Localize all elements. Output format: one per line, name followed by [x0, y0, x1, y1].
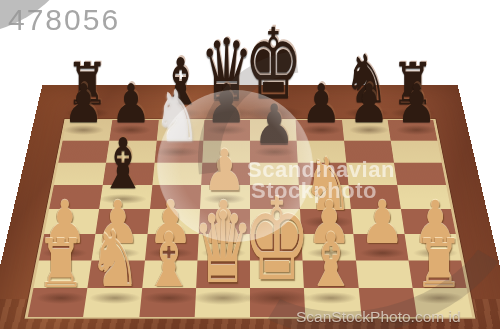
piece-black-pawn-e6: ♟: [254, 97, 295, 152]
pieces-layer: ♜♝♛♚♞♜♟♟♟♟♟♟♞♟♟♝♞♟♟♟♟♟♟♟♜♞♝♛♚♝♜: [0, 0, 500, 329]
piece-white-king-e1: ♚: [243, 185, 311, 298]
piece-black-pawn-g7: ♟: [349, 77, 390, 130]
piece-black-pawn-f7: ♟: [301, 77, 342, 130]
piece-black-pawn-a7: ♟: [63, 77, 104, 130]
piece-white-bishop-f1: ♝: [305, 224, 356, 298]
piece-glass-knight-c6: ♞: [153, 83, 200, 152]
piece-white-pawn-g2: ♟: [360, 194, 405, 253]
piece-white-rook-h1: ♜: [414, 231, 463, 298]
piece-white-bishop-c1: ♝: [143, 224, 194, 298]
piece-black-pawn-h7: ♟: [396, 77, 437, 130]
stock-photo-canvas: ♜♝♛♚♞♜♟♟♟♟♟♟♞♟♟♝♞♟♟♟♟♟♟♟♜♞♝♛♚♝♜ 478056 S…: [0, 0, 500, 329]
piece-black-pawn-d7: ♟: [206, 77, 247, 130]
piece-black-pawn-b7: ♟: [111, 77, 152, 130]
piece-white-knight-b1: ♞: [89, 221, 141, 298]
piece-white-rook-a1: ♜: [36, 231, 85, 298]
